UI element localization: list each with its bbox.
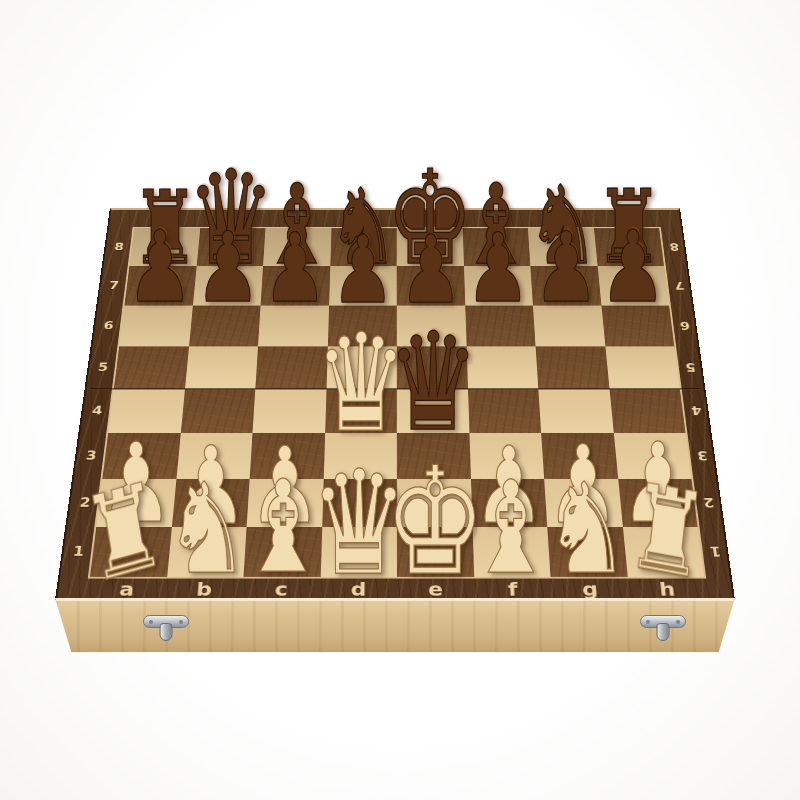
clasp-knob	[657, 623, 670, 641]
square-e7[interactable]	[397, 266, 465, 305]
square-h5[interactable]	[605, 346, 680, 388]
square-a6[interactable]	[119, 306, 192, 347]
square-e2[interactable]	[397, 479, 472, 527]
square-g5[interactable]	[536, 346, 610, 388]
square-b2[interactable]	[171, 479, 249, 527]
square-d1[interactable]	[320, 527, 397, 577]
square-e5[interactable]	[397, 346, 468, 388]
square-d8[interactable]	[330, 228, 397, 266]
square-g7[interactable]	[530, 266, 601, 305]
square-c5[interactable]	[255, 346, 327, 388]
square-e6[interactable]	[397, 306, 466, 347]
rank-label-left-8: 8	[105, 241, 132, 253]
square-f4[interactable]	[468, 389, 542, 433]
square-a2[interactable]	[96, 479, 176, 527]
right-clasp-icon	[640, 615, 686, 647]
square-f1[interactable]	[472, 527, 550, 577]
square-e1[interactable]	[397, 527, 474, 577]
square-b7[interactable]	[192, 266, 263, 305]
board-surface: 8877665544332211abcdefgh	[55, 208, 735, 600]
square-d7[interactable]	[329, 266, 397, 305]
square-a7[interactable]	[124, 266, 196, 305]
square-b5[interactable]	[185, 346, 258, 388]
square-b1[interactable]	[167, 527, 247, 577]
square-a5[interactable]	[114, 346, 189, 388]
square-a8[interactable]	[129, 228, 199, 266]
square-b6[interactable]	[189, 306, 261, 347]
square-g6[interactable]	[533, 306, 605, 347]
rank-label-left-6: 6	[94, 319, 122, 332]
square-a4[interactable]	[108, 389, 184, 433]
square-e8[interactable]	[397, 228, 464, 266]
square-h8[interactable]	[594, 228, 664, 266]
square-f7[interactable]	[464, 266, 533, 305]
square-d4[interactable]	[325, 389, 397, 433]
square-h4[interactable]	[609, 389, 685, 433]
rank-label-left-3: 3	[76, 448, 106, 463]
rank-label-left-5: 5	[89, 360, 118, 373]
square-d6[interactable]	[327, 306, 396, 347]
rank-label-left-1: 1	[63, 543, 95, 559]
square-b3[interactable]	[176, 433, 253, 479]
rank-label-left-7: 7	[100, 279, 128, 291]
square-a1[interactable]	[90, 527, 172, 577]
clasp-knob	[160, 623, 173, 641]
square-c3[interactable]	[250, 433, 325, 479]
square-f3[interactable]	[469, 433, 544, 479]
square-a3[interactable]	[102, 433, 180, 479]
rank-label-right-4: 4	[682, 403, 712, 417]
rank-label-right-7: 7	[666, 279, 694, 291]
square-c8[interactable]	[263, 228, 331, 266]
square-g2[interactable]	[544, 479, 622, 527]
square-c2[interactable]	[247, 479, 324, 527]
rank-label-right-8: 8	[661, 241, 688, 253]
square-c6[interactable]	[258, 306, 329, 347]
square-h1[interactable]	[622, 527, 704, 577]
rank-label-left-2: 2	[70, 495, 101, 510]
square-d2[interactable]	[322, 479, 397, 527]
square-h2[interactable]	[618, 479, 698, 527]
square-f6[interactable]	[465, 306, 536, 347]
box-front-face	[55, 598, 735, 652]
square-c7[interactable]	[261, 266, 330, 305]
square-f8[interactable]	[462, 228, 530, 266]
rank-label-right-6: 6	[671, 319, 699, 332]
square-f5[interactable]	[466, 346, 538, 388]
rank-label-left-4: 4	[82, 403, 112, 417]
square-e3[interactable]	[397, 433, 471, 479]
square-g1[interactable]	[547, 527, 627, 577]
square-c1[interactable]	[243, 527, 321, 577]
left-clasp-icon	[143, 615, 189, 647]
rank-label-right-3: 3	[687, 448, 717, 463]
rank-label-right-5: 5	[676, 360, 705, 373]
square-d5[interactable]	[326, 346, 397, 388]
square-g3[interactable]	[541, 433, 618, 479]
board-grid	[90, 228, 704, 577]
square-h6[interactable]	[601, 306, 674, 347]
square-e4[interactable]	[397, 389, 469, 433]
chess-board: 8877665544332211abcdefgh	[55, 60, 735, 600]
square-f2[interactable]	[471, 479, 548, 527]
square-h7[interactable]	[597, 266, 669, 305]
rank-label-right-1: 1	[700, 543, 732, 559]
square-g8[interactable]	[528, 228, 597, 266]
square-g4[interactable]	[538, 389, 613, 433]
square-b8[interactable]	[196, 228, 265, 266]
square-h3[interactable]	[613, 433, 691, 479]
square-c4[interactable]	[253, 389, 327, 433]
square-b4[interactable]	[180, 389, 255, 433]
square-d3[interactable]	[323, 433, 397, 479]
rank-label-right-2: 2	[693, 495, 724, 510]
